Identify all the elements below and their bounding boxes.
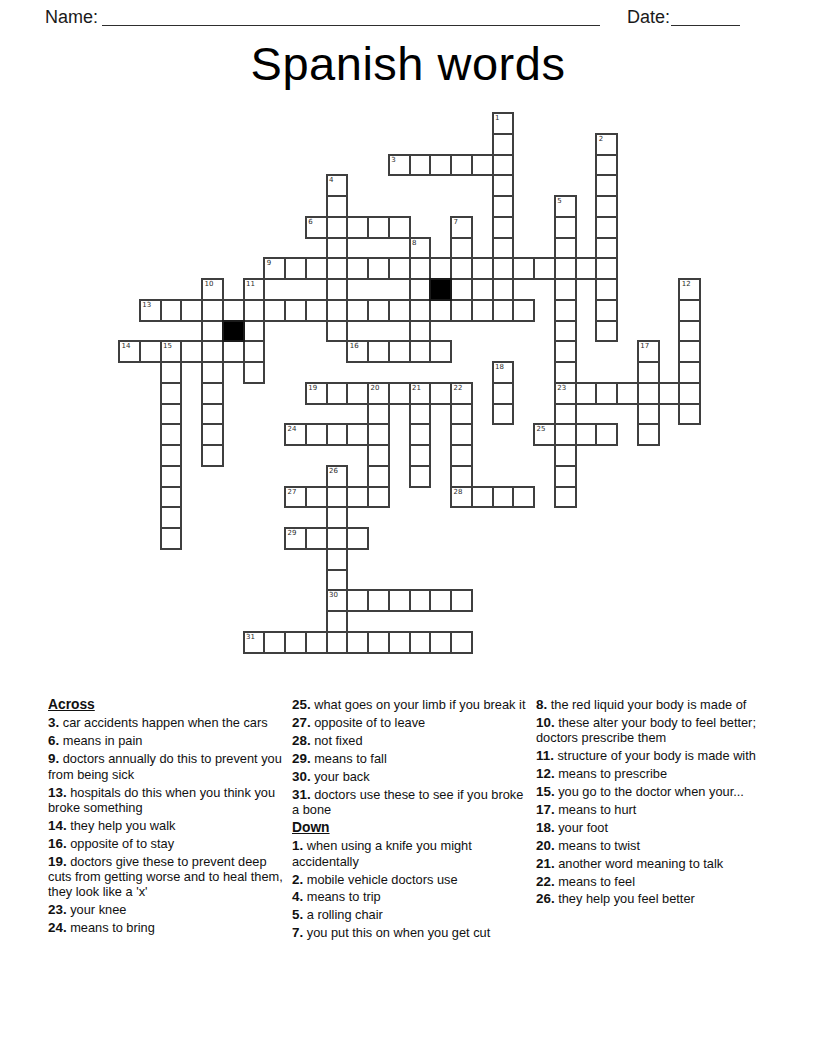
- clue-across-19: 19. doctors give these to prevent deep c…: [48, 854, 286, 900]
- clue-across-24: 24. means to bring: [48, 920, 286, 935]
- grid-cell-r17c12[interactable]: [367, 465, 390, 488]
- grid-cell-r7c10[interactable]: [326, 257, 349, 280]
- grid-cell-r23c16[interactable]: [450, 589, 473, 612]
- grid-cell-r13c14[interactable]: 21: [409, 382, 432, 405]
- grid-cell-r5c23[interactable]: [595, 216, 618, 239]
- clue-across-14: 14. they help you walk: [48, 818, 286, 833]
- grid-cell-r15c8[interactable]: 24: [284, 423, 307, 446]
- clue-across-9: 9. doctors annually do this to prevent y…: [48, 751, 286, 782]
- cell-number-4: 4: [329, 176, 333, 184]
- grid-cell-r25c7[interactable]: [263, 631, 286, 654]
- clue-down-5: 5. a rolling chair: [292, 907, 530, 922]
- name-blank-line: [102, 8, 600, 26]
- grid-cell-r7c17[interactable]: [471, 257, 494, 280]
- clue-down-4: 4. means to trip: [292, 889, 530, 904]
- grid-cell-r14c25[interactable]: [637, 403, 660, 426]
- grid-cell-r3c10[interactable]: 4: [326, 174, 349, 197]
- grid-cell-r6c21[interactable]: [554, 237, 577, 260]
- grid-cell-r2c17[interactable]: [471, 154, 494, 177]
- grid-cell-r7c7[interactable]: 9: [263, 257, 286, 280]
- grid-cell-r2c18[interactable]: [492, 154, 515, 177]
- grid-cell-r8c27[interactable]: 12: [678, 278, 701, 301]
- grid-cell-r14c21[interactable]: [554, 403, 577, 426]
- grid-cell-r9c6[interactable]: [243, 299, 266, 322]
- grid-cell-r23c10[interactable]: 30: [326, 589, 349, 612]
- grid-cell-r15c11[interactable]: [346, 423, 369, 446]
- grid-cell-r5c21[interactable]: [554, 216, 577, 239]
- grid-cell-r1c23[interactable]: 2: [595, 133, 618, 156]
- grid-cell-r20c2[interactable]: [160, 527, 183, 550]
- grid-cell-r4c21[interactable]: 5: [554, 195, 577, 218]
- grid-cell-r11c4[interactable]: [201, 340, 224, 363]
- grid-cell-r23c11[interactable]: [346, 589, 369, 612]
- grid-cell-r10c6[interactable]: [243, 320, 266, 343]
- worksheet-page: Name: Date: Spanish words 12345678910111…: [0, 0, 816, 1056]
- grid-cell-r11c13[interactable]: [388, 340, 411, 363]
- blocked-cell-r8c15: [429, 278, 452, 301]
- grid-cell-r12c21[interactable]: [554, 361, 577, 384]
- grid-cell-r13c4[interactable]: [201, 382, 224, 405]
- grid-cell-r12c2[interactable]: [160, 361, 183, 384]
- grid-cell-r9c21[interactable]: [554, 299, 577, 322]
- grid-cell-r13c13[interactable]: [388, 382, 411, 405]
- grid-cell-r12c6[interactable]: [243, 361, 266, 384]
- grid-cell-r23c12[interactable]: [367, 589, 390, 612]
- clue-across-16: 16. opposite of to stay: [48, 836, 286, 851]
- grid-cell-r17c16[interactable]: [450, 465, 473, 488]
- grid-cell-r9c9[interactable]: [305, 299, 328, 322]
- grid-cell-r19c10[interactable]: [326, 506, 349, 529]
- grid-cell-r9c5[interactable]: [222, 299, 245, 322]
- grid-cell-r10c4[interactable]: [201, 320, 224, 343]
- grid-cell-r5c16[interactable]: 7: [450, 216, 473, 239]
- grid-cell-r6c14[interactable]: 8: [409, 237, 432, 260]
- cell-number-15: 15: [163, 342, 172, 350]
- grid-cell-r8c6[interactable]: 11: [243, 278, 266, 301]
- grid-cell-r14c18[interactable]: [492, 403, 515, 426]
- cell-number-16: 16: [350, 342, 359, 350]
- grid-cell-r25c16[interactable]: [450, 631, 473, 654]
- grid-cell-r12c4[interactable]: [201, 361, 224, 384]
- grid-cell-r15c16[interactable]: [450, 423, 473, 446]
- grid-cell-r25c12[interactable]: [367, 631, 390, 654]
- grid-cell-r18c8[interactable]: 27: [284, 486, 307, 509]
- grid-cell-r2c16[interactable]: [450, 154, 473, 177]
- cell-number-2: 2: [599, 135, 603, 143]
- grid-cell-r3c23[interactable]: [595, 174, 618, 197]
- grid-cell-r9c8[interactable]: [284, 299, 307, 322]
- grid-cell-r14c4[interactable]: [201, 403, 224, 426]
- cell-number-10: 10: [205, 280, 214, 288]
- cell-number-21: 21: [412, 384, 421, 392]
- grid-cell-r7c23[interactable]: [595, 257, 618, 280]
- puzzle-title: Spanish words: [0, 36, 816, 91]
- grid-cell-r7c11[interactable]: [346, 257, 369, 280]
- clue-down-11: 11. structure of your body is made with: [536, 748, 774, 763]
- grid-cell-r20c8[interactable]: 29: [284, 527, 307, 550]
- clue-down-7: 7. you put this on when you get cut: [292, 925, 530, 940]
- grid-cell-r11c6[interactable]: [243, 340, 266, 363]
- cell-number-24: 24: [288, 425, 297, 433]
- grid-cell-r13c2[interactable]: [160, 382, 183, 405]
- grid-cell-r14c2[interactable]: [160, 403, 183, 426]
- grid-cell-r15c14[interactable]: [409, 423, 432, 446]
- grid-cell-r5c10[interactable]: [326, 216, 349, 239]
- clue-across-28: 28. not fixed: [292, 733, 530, 748]
- cell-number-1: 1: [495, 114, 499, 122]
- grid-cell-r13c12[interactable]: 20: [367, 382, 390, 405]
- cell-number-18: 18: [495, 363, 504, 371]
- clue-down-15: 15. you go to the doctor when your...: [536, 784, 774, 799]
- grid-cell-r8c21[interactable]: [554, 278, 577, 301]
- grid-cell-r19c2[interactable]: [160, 506, 183, 529]
- grid-cell-r16c12[interactable]: [367, 444, 390, 467]
- cell-number-26: 26: [329, 467, 338, 475]
- grid-cell-r20c9[interactable]: [305, 527, 328, 550]
- grid-cell-r11c27[interactable]: [678, 340, 701, 363]
- cell-number-29: 29: [288, 529, 297, 537]
- grid-cell-r18c16[interactable]: 28: [450, 486, 473, 509]
- grid-cell-r17c10[interactable]: 26: [326, 465, 349, 488]
- blocked-cell-r10c5: [222, 320, 245, 343]
- grid-cell-r9c12[interactable]: [367, 299, 390, 322]
- grid-cell-r13c22[interactable]: [575, 382, 598, 405]
- clue-down-26: 26. they help you feel better: [536, 891, 774, 906]
- clues-column-1: Across3. car accidents happen when the c…: [48, 697, 286, 938]
- grid-cell-r6c16[interactable]: [450, 237, 473, 260]
- grid-cell-r10c10[interactable]: [326, 320, 349, 343]
- grid-cell-r10c23[interactable]: [595, 320, 618, 343]
- clue-down-12: 12. means to prescribe: [536, 766, 774, 781]
- grid-cell-r17c21[interactable]: [554, 465, 577, 488]
- cell-number-12: 12: [682, 280, 691, 288]
- grid-cell-r4c18[interactable]: [492, 195, 515, 218]
- grid-cell-r0c18[interactable]: 1: [492, 112, 515, 135]
- grid-cell-r13c18[interactable]: [492, 382, 515, 405]
- grid-cell-r1c18[interactable]: [492, 133, 515, 156]
- grid-cell-r11c25[interactable]: 17: [637, 340, 660, 363]
- grid-cell-r7c19[interactable]: [512, 257, 535, 280]
- grid-cell-r22c10[interactable]: [326, 569, 349, 592]
- clue-across-6: 6. means in pain: [48, 733, 286, 748]
- name-label: Name:: [45, 7, 98, 28]
- grid-cell-r25c6[interactable]: 31: [243, 631, 266, 654]
- grid-cell-r7c16[interactable]: [450, 257, 473, 280]
- grid-cell-r13c24[interactable]: [616, 382, 639, 405]
- grid-cell-r15c23[interactable]: [595, 423, 618, 446]
- grid-cell-r10c21[interactable]: [554, 320, 577, 343]
- grid-cell-r24c10[interactable]: [326, 610, 349, 633]
- grid-cell-r15c9[interactable]: [305, 423, 328, 446]
- grid-cell-r25c15[interactable]: [429, 631, 452, 654]
- grid-cell-r11c5[interactable]: [222, 340, 245, 363]
- cell-number-13: 13: [142, 301, 151, 309]
- grid-cell-r13c21[interactable]: 23: [554, 382, 577, 405]
- grid-cell-r9c23[interactable]: [595, 299, 618, 322]
- grid-cell-r13c11[interactable]: [346, 382, 369, 405]
- grid-cell-r11c11[interactable]: 16: [346, 340, 369, 363]
- grid-cell-r11c2[interactable]: 15: [160, 340, 183, 363]
- clue-across-27: 27. opposite of to leave: [292, 715, 530, 730]
- across-header: Across: [48, 697, 286, 712]
- grid-cell-r12c25[interactable]: [637, 361, 660, 384]
- grid-cell-r15c25[interactable]: [637, 423, 660, 446]
- clue-down-21: 21. another word meaning to talk: [536, 856, 774, 871]
- grid-cell-r13c16[interactable]: 22: [450, 382, 473, 405]
- grid-cell-r7c13[interactable]: [388, 257, 411, 280]
- grid-cell-r2c14[interactable]: [409, 154, 432, 177]
- grid-cell-r9c19[interactable]: [512, 299, 535, 322]
- grid-cell-r13c25[interactable]: [637, 382, 660, 405]
- grid-cell-r7c8[interactable]: [284, 257, 307, 280]
- grid-cell-r17c2[interactable]: [160, 465, 183, 488]
- grid-cell-r15c2[interactable]: [160, 423, 183, 446]
- grid-cell-r2c15[interactable]: [429, 154, 452, 177]
- cell-number-17: 17: [640, 342, 649, 350]
- grid-cell-r7c9[interactable]: [305, 257, 328, 280]
- grid-cell-r16c4[interactable]: [201, 444, 224, 467]
- cell-number-7: 7: [454, 218, 458, 226]
- grid-cell-r9c27[interactable]: [678, 299, 701, 322]
- grid-cell-r9c18[interactable]: [492, 299, 515, 322]
- grid-cell-r18c10[interactable]: [326, 486, 349, 509]
- cell-number-25: 25: [537, 425, 546, 433]
- clue-down-1: 1. when using a knife you might accident…: [292, 838, 530, 869]
- grid-cell-r18c9[interactable]: [305, 486, 328, 509]
- grid-cell-r5c13[interactable]: [388, 216, 411, 239]
- grid-cell-r9c13[interactable]: [388, 299, 411, 322]
- cell-number-31: 31: [246, 633, 255, 641]
- clue-across-29: 29. means to fall: [292, 751, 530, 766]
- grid-cell-r8c10[interactable]: [326, 278, 349, 301]
- grid-cell-r12c27[interactable]: [678, 361, 701, 384]
- clue-down-8: 8. the red liquid your body is made of: [536, 697, 774, 712]
- grid-cell-r6c10[interactable]: [326, 237, 349, 260]
- grid-cell-r11c15[interactable]: [429, 340, 452, 363]
- grid-cell-r8c23[interactable]: [595, 278, 618, 301]
- grid-cell-r11c1[interactable]: [139, 340, 162, 363]
- clues-column-3: 8. the red liquid your body is made of10…: [536, 697, 774, 909]
- cell-number-9: 9: [267, 259, 271, 267]
- grid-cell-r14c14[interactable]: [409, 403, 432, 426]
- cell-number-19: 19: [308, 384, 317, 392]
- grid-cell-r25c13[interactable]: [388, 631, 411, 654]
- grid-cell-r2c23[interactable]: [595, 154, 618, 177]
- grid-cell-r7c15[interactable]: [429, 257, 452, 280]
- clue-across-25: 25. what goes on your limb if you break …: [292, 697, 530, 712]
- grid-cell-r25c10[interactable]: [326, 631, 349, 654]
- clue-across-31: 31. doctors use these to see if you brok…: [292, 787, 530, 818]
- grid-cell-r15c22[interactable]: [575, 423, 598, 446]
- grid-cell-r18c18[interactable]: [492, 486, 515, 509]
- grid-cell-r16c2[interactable]: [160, 444, 183, 467]
- grid-cell-r7c22[interactable]: [575, 257, 598, 280]
- date-blank-line: [671, 8, 740, 26]
- clue-across-13: 13. hospitals do this when you think you…: [48, 785, 286, 816]
- clue-down-22: 22. means to feel: [536, 874, 774, 889]
- grid-cell-r9c1[interactable]: 13: [139, 299, 162, 322]
- grid-cell-r5c18[interactable]: [492, 216, 515, 239]
- grid-cell-r18c17[interactable]: [471, 486, 494, 509]
- grid-cell-r18c12[interactable]: [367, 486, 390, 509]
- grid-cell-r23c13[interactable]: [388, 589, 411, 612]
- grid-cell-r12c18[interactable]: 18: [492, 361, 515, 384]
- grid-cell-r4c10[interactable]: [326, 195, 349, 218]
- clue-down-10: 10. these alter your body to feel better…: [536, 715, 774, 746]
- grid-cell-r13c26[interactable]: [658, 382, 681, 405]
- down-header: Down: [292, 820, 530, 835]
- grid-cell-r13c9[interactable]: 19: [305, 382, 328, 405]
- grid-cell-r15c21[interactable]: [554, 423, 577, 446]
- grid-cell-r8c4[interactable]: 10: [201, 278, 224, 301]
- cell-number-30: 30: [329, 591, 338, 599]
- clue-down-2: 2. mobile vehicle doctors use: [292, 872, 530, 887]
- grid-cell-r2c13[interactable]: 3: [388, 154, 411, 177]
- grid-cell-r6c23[interactable]: [595, 237, 618, 260]
- grid-cell-r7c12[interactable]: [367, 257, 390, 280]
- grid-cell-r9c11[interactable]: [346, 299, 369, 322]
- clues-column-2: 25. what goes on your limb if you break …: [292, 697, 530, 943]
- cell-number-20: 20: [371, 384, 380, 392]
- grid-cell-r15c20[interactable]: 25: [533, 423, 556, 446]
- grid-cell-r14c12[interactable]: [367, 403, 390, 426]
- grid-cell-r21c10[interactable]: [326, 548, 349, 571]
- grid-cell-r15c4[interactable]: [201, 423, 224, 446]
- grid-cell-r8c16[interactable]: [450, 278, 473, 301]
- cell-number-8: 8: [412, 239, 416, 247]
- grid-cell-r18c11[interactable]: [346, 486, 369, 509]
- grid-cell-r9c15[interactable]: [429, 299, 452, 322]
- grid-cell-r5c11[interactable]: [346, 216, 369, 239]
- grid-cell-r9c14[interactable]: [409, 299, 432, 322]
- cell-number-6: 6: [308, 218, 312, 226]
- grid-cell-r9c16[interactable]: [450, 299, 473, 322]
- grid-cell-r9c17[interactable]: [471, 299, 494, 322]
- cell-number-3: 3: [391, 156, 395, 164]
- grid-cell-r20c10[interactable]: [326, 527, 349, 550]
- grid-cell-r3c18[interactable]: [492, 174, 515, 197]
- grid-cell-r9c7[interactable]: [263, 299, 286, 322]
- clue-across-23: 23. your knee: [48, 902, 286, 917]
- grid-cell-r8c18[interactable]: [492, 278, 515, 301]
- grid-cell-r11c0[interactable]: 14: [118, 340, 141, 363]
- grid-cell-r9c2[interactable]: [160, 299, 183, 322]
- grid-cell-r13c23[interactable]: [595, 382, 618, 405]
- cell-number-11: 11: [246, 280, 255, 288]
- cell-number-27: 27: [288, 488, 297, 496]
- grid-cell-r25c9[interactable]: [305, 631, 328, 654]
- grid-cell-r13c15[interactable]: [429, 382, 452, 405]
- grid-cell-r11c21[interactable]: [554, 340, 577, 363]
- cell-number-5: 5: [557, 197, 561, 205]
- grid-cell-r18c19[interactable]: [512, 486, 535, 509]
- cell-number-28: 28: [454, 488, 463, 496]
- clue-across-3: 3. car accidents happen when the cars: [48, 715, 286, 730]
- grid-cell-r11c14[interactable]: [409, 340, 432, 363]
- date-label: Date:: [627, 7, 670, 28]
- grid-cell-r10c27[interactable]: [678, 320, 701, 343]
- grid-cell-r20c11[interactable]: [346, 527, 369, 550]
- grid-cell-r18c2[interactable]: [160, 486, 183, 509]
- grid-cell-r16c14[interactable]: [409, 444, 432, 467]
- clue-down-20: 20. means to twist: [536, 838, 774, 853]
- crossword-grid: 1234567891011121314151617181920212223242…: [118, 112, 700, 652]
- grid-cell-r14c16[interactable]: [450, 403, 473, 426]
- grid-cell-r7c20[interactable]: [533, 257, 556, 280]
- cell-number-23: 23: [557, 384, 566, 392]
- grid-cell-r25c14[interactable]: [409, 631, 432, 654]
- grid-cell-r9c4[interactable]: [201, 299, 224, 322]
- grid-cell-r10c14[interactable]: [409, 320, 432, 343]
- grid-cell-r25c11[interactable]: [346, 631, 369, 654]
- grid-cell-r25c8[interactable]: [284, 631, 307, 654]
- grid-cell-r11c12[interactable]: [367, 340, 390, 363]
- clue-across-30: 30. your back: [292, 769, 530, 784]
- grid-cell-r7c21[interactable]: [554, 257, 577, 280]
- grid-cell-r7c14[interactable]: [409, 257, 432, 280]
- grid-cell-r15c10[interactable]: [326, 423, 349, 446]
- cell-number-14: 14: [122, 342, 131, 350]
- grid-cell-r6c18[interactable]: [492, 237, 515, 260]
- grid-cell-r11c3[interactable]: [180, 340, 203, 363]
- clue-down-17: 17. means to hurt: [536, 802, 774, 817]
- grid-cell-r8c14[interactable]: [409, 278, 432, 301]
- grid-cell-r9c3[interactable]: [180, 299, 203, 322]
- grid-cell-r16c21[interactable]: [554, 444, 577, 467]
- grid-cell-r13c27[interactable]: [678, 382, 701, 405]
- clue-down-18: 18. your foot: [536, 820, 774, 835]
- grid-cell-r16c16[interactable]: [450, 444, 473, 467]
- grid-cell-r18c21[interactable]: [554, 486, 577, 509]
- grid-cell-r15c12[interactable]: [367, 423, 390, 446]
- grid-cell-r5c12[interactable]: [367, 216, 390, 239]
- grid-cell-r17c14[interactable]: [409, 465, 432, 488]
- grid-cell-r7c18[interactable]: [492, 257, 515, 280]
- cell-number-22: 22: [454, 384, 463, 392]
- grid-cell-r23c14[interactable]: [409, 589, 432, 612]
- grid-cell-r9c10[interactable]: [326, 299, 349, 322]
- grid-cell-r4c23[interactable]: [595, 195, 618, 218]
- grid-cell-r23c15[interactable]: [429, 589, 452, 612]
- grid-cell-r13c10[interactable]: [326, 382, 349, 405]
- grid-cell-r5c9[interactable]: 6: [305, 216, 328, 239]
- grid-cell-r14c27[interactable]: [678, 403, 701, 426]
